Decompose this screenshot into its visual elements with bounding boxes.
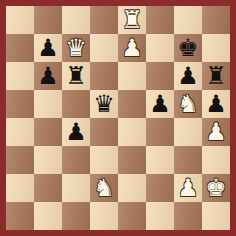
square-d5[interactable]: ♛ [90,90,118,118]
square-e4[interactable] [118,118,146,146]
square-c5[interactable] [62,90,90,118]
square-d3[interactable] [90,146,118,174]
square-b6[interactable]: ♟ [34,62,62,90]
square-g3[interactable] [174,146,202,174]
square-h6[interactable]: ♜ [202,62,230,90]
square-g7[interactable]: ♚ [174,34,202,62]
square-a4[interactable] [6,118,34,146]
chess-board: ♜♟♛♟♚♟♜♟♜♛♟♞♟♟♟♞♟♚ [6,6,230,230]
square-a1[interactable] [6,202,34,230]
square-e8[interactable]: ♜ [118,6,146,34]
black-rook[interactable]: ♜ [205,62,227,90]
black-pawn[interactable]: ♟ [65,118,87,146]
black-pawn[interactable]: ♟ [177,62,199,90]
square-f2[interactable] [146,174,174,202]
square-d2[interactable]: ♞ [90,174,118,202]
square-e1[interactable] [118,202,146,230]
square-e5[interactable] [118,90,146,118]
square-h3[interactable] [202,146,230,174]
square-b8[interactable] [34,6,62,34]
square-d8[interactable] [90,6,118,34]
square-b7[interactable]: ♟ [34,34,62,62]
black-pawn[interactable]: ♟ [205,90,227,118]
white-knight[interactable]: ♞ [93,174,115,202]
square-a3[interactable] [6,146,34,174]
square-h5[interactable]: ♟ [202,90,230,118]
white-pawn[interactable]: ♟ [121,34,143,62]
square-c2[interactable] [62,174,90,202]
square-h4[interactable]: ♟ [202,118,230,146]
square-h2[interactable]: ♚ [202,174,230,202]
square-c8[interactable] [62,6,90,34]
square-c7[interactable]: ♛ [62,34,90,62]
white-rook[interactable]: ♜ [121,6,143,34]
square-g8[interactable] [174,6,202,34]
square-e6[interactable] [118,62,146,90]
square-b3[interactable] [34,146,62,174]
black-pawn[interactable]: ♟ [149,90,171,118]
white-king[interactable]: ♚ [205,174,227,202]
white-pawn[interactable]: ♟ [205,118,227,146]
square-f7[interactable] [146,34,174,62]
square-c6[interactable]: ♜ [62,62,90,90]
square-h7[interactable] [202,34,230,62]
square-d4[interactable] [90,118,118,146]
board-frame: ♜♟♛♟♚♟♜♟♜♛♟♞♟♟♟♞♟♚ [0,0,236,236]
square-c4[interactable]: ♟ [62,118,90,146]
square-d6[interactable] [90,62,118,90]
square-d1[interactable] [90,202,118,230]
square-h8[interactable] [202,6,230,34]
square-b2[interactable] [34,174,62,202]
square-g5[interactable]: ♞ [174,90,202,118]
white-queen[interactable]: ♛ [65,34,87,62]
square-g6[interactable]: ♟ [174,62,202,90]
square-f3[interactable] [146,146,174,174]
square-e7[interactable]: ♟ [118,34,146,62]
square-b1[interactable] [34,202,62,230]
square-g1[interactable] [174,202,202,230]
square-b4[interactable] [34,118,62,146]
square-f1[interactable] [146,202,174,230]
square-c3[interactable] [62,146,90,174]
square-e2[interactable] [118,174,146,202]
white-knight[interactable]: ♞ [177,90,199,118]
square-d7[interactable] [90,34,118,62]
square-f8[interactable] [146,6,174,34]
square-a7[interactable] [6,34,34,62]
square-f6[interactable] [146,62,174,90]
square-a2[interactable] [6,174,34,202]
black-rook[interactable]: ♜ [65,62,87,90]
square-b5[interactable] [34,90,62,118]
square-h1[interactable] [202,202,230,230]
black-pawn[interactable]: ♟ [37,62,59,90]
square-c1[interactable] [62,202,90,230]
square-a5[interactable] [6,90,34,118]
white-pawn[interactable]: ♟ [177,174,199,202]
black-queen[interactable]: ♛ [93,90,115,118]
square-a8[interactable] [6,6,34,34]
square-g2[interactable]: ♟ [174,174,202,202]
black-king[interactable]: ♚ [177,34,199,62]
square-f5[interactable]: ♟ [146,90,174,118]
square-e3[interactable] [118,146,146,174]
square-a6[interactable] [6,62,34,90]
square-g4[interactable] [174,118,202,146]
square-f4[interactable] [146,118,174,146]
black-pawn[interactable]: ♟ [37,34,59,62]
